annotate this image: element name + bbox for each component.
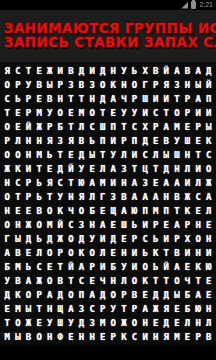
grid-cell[interactable]: Е — [34, 92, 45, 106]
grid-cell[interactable]: О — [2, 190, 13, 204]
grid-cell[interactable]: Т — [55, 148, 66, 162]
grid-cell[interactable]: Г — [97, 190, 108, 204]
grid-cell[interactable]: Е — [44, 162, 55, 176]
grid-cell[interactable]: Я — [44, 134, 55, 148]
grid-cell[interactable]: Р — [150, 120, 161, 134]
grid-cell[interactable]: Р — [150, 78, 161, 92]
grid-cell[interactable]: Р — [150, 218, 161, 232]
grid-cell[interactable]: Д — [150, 288, 161, 302]
grid-cell[interactable]: К — [13, 162, 24, 176]
grid-cell[interactable]: З — [76, 218, 87, 232]
grid-cell[interactable]: Ж — [23, 218, 34, 232]
grid-cell[interactable]: Е — [182, 330, 193, 344]
grid-cell[interactable]: О — [193, 232, 204, 246]
grid-cell[interactable]: К — [13, 288, 24, 302]
grid-cell[interactable]: Н — [23, 134, 34, 148]
grid-cell[interactable]: К — [150, 246, 161, 260]
grid-cell[interactable]: О — [23, 288, 34, 302]
grid-cell[interactable]: Р — [182, 106, 193, 120]
grid-cell[interactable]: О — [66, 232, 77, 246]
grid-cell[interactable]: Я — [161, 330, 172, 344]
grid-cell[interactable]: З — [119, 162, 130, 176]
grid-cell[interactable]: Е — [23, 246, 34, 260]
grid-cell[interactable]: Ь — [129, 218, 140, 232]
grid-cell[interactable]: Ц — [140, 162, 151, 176]
grid-cell[interactable]: Т — [55, 260, 66, 274]
grid-cell[interactable]: З — [55, 134, 66, 148]
grid-cell[interactable]: У — [108, 148, 119, 162]
grid-cell[interactable]: Е — [97, 204, 108, 218]
grid-cell[interactable]: Х — [182, 232, 193, 246]
grid-cell[interactable]: Л — [203, 316, 214, 330]
grid-cell[interactable]: В — [23, 330, 34, 344]
grid-cell[interactable]: С — [140, 232, 151, 246]
grid-cell[interactable]: У — [44, 106, 55, 120]
grid-cell[interactable]: Н — [140, 316, 151, 330]
grid-cell[interactable]: А — [119, 204, 130, 218]
grid-cell[interactable]: Н — [108, 64, 119, 78]
grid-cell[interactable]: Ж — [44, 64, 55, 78]
grid-cell[interactable]: О — [2, 120, 13, 134]
grid-cell[interactable]: Л — [97, 246, 108, 260]
grid-cell[interactable]: М — [97, 176, 108, 190]
grid-cell[interactable]: Е — [193, 134, 204, 148]
grid-cell[interactable]: Н — [182, 78, 193, 92]
grid-cell[interactable]: Ы — [13, 330, 24, 344]
grid-cell[interactable]: Ы — [193, 78, 204, 92]
grid-cell[interactable]: Е — [44, 260, 55, 274]
grid-cell[interactable]: С — [87, 302, 98, 316]
grid-cell[interactable]: Т — [161, 106, 172, 120]
grid-cell[interactable]: Е — [108, 106, 119, 120]
grid-cell[interactable]: А — [76, 260, 87, 274]
grid-cell[interactable]: Й — [55, 218, 66, 232]
grid-cell[interactable]: Е — [23, 204, 34, 218]
grid-cell[interactable]: В — [13, 274, 24, 288]
grid-cell[interactable]: Б — [2, 260, 13, 274]
grid-cell[interactable]: Я — [44, 176, 55, 190]
grid-cell[interactable]: П — [129, 134, 140, 148]
grid-cell[interactable]: О — [13, 316, 24, 330]
grid-cell[interactable]: Н — [172, 162, 183, 176]
grid-cell[interactable]: Ь — [34, 176, 45, 190]
grid-cell[interactable]: В — [44, 92, 55, 106]
grid-cell[interactable]: Р — [87, 260, 98, 274]
grid-cell[interactable]: Т — [44, 190, 55, 204]
grid-cell[interactable]: Н — [87, 92, 98, 106]
grid-cell[interactable]: И — [87, 64, 98, 78]
grid-cell[interactable]: О — [2, 78, 13, 92]
grid-cell[interactable]: Ь — [87, 134, 98, 148]
grid-cell[interactable]: Ж — [34, 120, 45, 134]
grid-cell[interactable]: Я — [66, 134, 77, 148]
grid-cell[interactable]: К — [76, 246, 87, 260]
grid-cell[interactable]: Г — [140, 78, 151, 92]
grid-cell[interactable]: Д — [97, 288, 108, 302]
grid-cell[interactable]: У — [55, 190, 66, 204]
grid-cell[interactable]: Т — [161, 246, 172, 260]
grid-cell[interactable]: У — [119, 260, 130, 274]
grid-cell[interactable]: Р — [129, 92, 140, 106]
grid-cell[interactable]: Е — [172, 302, 183, 316]
grid-cell[interactable]: З — [76, 302, 87, 316]
grid-cell[interactable]: Н — [2, 176, 13, 190]
grid-cell[interactable]: О — [140, 260, 151, 274]
grid-cell[interactable]: Ь — [150, 232, 161, 246]
grid-cell[interactable]: Д — [108, 232, 119, 246]
grid-cell[interactable]: Ш — [119, 218, 130, 232]
grid-cell[interactable]: Ч — [66, 204, 77, 218]
grid-cell[interactable]: Т — [193, 148, 204, 162]
grid-cell[interactable]: Н — [44, 330, 55, 344]
grid-cell[interactable]: Т — [76, 92, 87, 106]
grid-cell[interactable]: В — [119, 190, 130, 204]
grid-cell[interactable]: Р — [23, 106, 34, 120]
grid-cell[interactable]: М — [150, 204, 161, 218]
grid-cell[interactable]: А — [203, 190, 214, 204]
grid-cell[interactable]: Р — [55, 246, 66, 260]
grid-cell[interactable]: Б — [182, 288, 193, 302]
grid-cell[interactable]: У — [66, 316, 77, 330]
grid-cell[interactable]: Р — [2, 134, 13, 148]
grid-cell[interactable]: Е — [182, 120, 193, 134]
grid-cell[interactable]: Л — [76, 120, 87, 134]
grid-cell[interactable]: У — [23, 78, 34, 92]
grid-cell[interactable]: А — [172, 176, 183, 190]
grid-cell[interactable]: В — [129, 288, 140, 302]
grid-cell[interactable]: Ы — [44, 78, 55, 92]
grid-cell[interactable]: Т — [66, 120, 77, 134]
grid-cell[interactable]: Е — [13, 120, 24, 134]
grid-cell[interactable]: Н — [44, 302, 55, 316]
grid-cell[interactable]: А — [140, 302, 151, 316]
grid-cell[interactable]: И — [193, 162, 204, 176]
grid-cell[interactable]: Т — [2, 106, 13, 120]
grid-cell[interactable]: Д — [2, 288, 13, 302]
grid-cell[interactable]: Е — [150, 176, 161, 190]
grid-cell[interactable]: Ю — [193, 302, 204, 316]
grid-cell[interactable]: Т — [66, 176, 77, 190]
grid-cell[interactable]: В — [13, 246, 24, 260]
grid-cell[interactable]: Р — [129, 232, 140, 246]
grid-cell[interactable]: Ш — [97, 120, 108, 134]
grid-cell[interactable]: А — [161, 120, 172, 134]
grid-cell[interactable]: Л — [119, 148, 130, 162]
grid-cell[interactable]: Е — [161, 218, 172, 232]
grid-cell[interactable]: Т — [150, 162, 161, 176]
grid-cell[interactable]: Щ — [55, 302, 66, 316]
grid-cell[interactable]: Ш — [172, 148, 183, 162]
grid-cell[interactable]: В — [76, 134, 87, 148]
grid-cell[interactable]: Я — [2, 64, 13, 78]
grid-cell[interactable]: О — [44, 246, 55, 260]
grid-cell[interactable]: Г — [2, 232, 13, 246]
grid-cell[interactable]: Т — [172, 92, 183, 106]
grid-cell[interactable]: О — [87, 246, 98, 260]
grid-cell[interactable]: Р — [182, 92, 193, 106]
grid-cell[interactable]: Р — [97, 302, 108, 316]
grid-cell[interactable]: Ь — [129, 64, 140, 78]
grid-cell[interactable]: О — [108, 288, 119, 302]
grid-cell[interactable]: Ь — [150, 260, 161, 274]
grid-cell[interactable]: Й — [66, 162, 77, 176]
grid-cell[interactable]: К — [140, 274, 151, 288]
grid-cell[interactable]: Е — [97, 330, 108, 344]
grid-cell[interactable]: Т — [66, 274, 77, 288]
grid-cell[interactable]: А — [108, 92, 119, 106]
grid-cell[interactable]: Й — [203, 78, 214, 92]
grid-cell[interactable]: И — [140, 330, 151, 344]
grid-cell[interactable]: Я — [161, 78, 172, 92]
grid-cell[interactable]: У — [76, 162, 87, 176]
grid-cell[interactable]: А — [87, 288, 98, 302]
grid-cell[interactable]: О — [203, 162, 214, 176]
grid-cell[interactable]: Ч — [182, 274, 193, 288]
grid-cell[interactable]: Б — [87, 204, 98, 218]
grid-cell[interactable]: У — [119, 64, 130, 78]
grid-cell[interactable]: М — [2, 330, 13, 344]
grid-cell[interactable]: Р — [129, 302, 140, 316]
grid-cell[interactable]: Л — [182, 162, 193, 176]
grid-cell[interactable]: Н — [193, 316, 204, 330]
grid-cell[interactable]: Н — [76, 330, 87, 344]
grid-cell[interactable]: О — [2, 148, 13, 162]
grid-cell[interactable]: С — [13, 64, 24, 78]
grid-cell[interactable]: С — [129, 120, 140, 134]
grid-cell[interactable]: Д — [161, 316, 172, 330]
grid-cell[interactable]: Ю — [203, 260, 214, 274]
grid-cell[interactable]: Ж — [23, 316, 34, 330]
grid-cell[interactable]: Е — [193, 204, 204, 218]
grid-cell[interactable]: Ж — [182, 190, 193, 204]
grid-cell[interactable]: Б — [108, 260, 119, 274]
grid-cell[interactable]: В — [172, 190, 183, 204]
grid-cell[interactable]: З — [140, 176, 151, 190]
grid-cell[interactable]: Н — [55, 92, 66, 106]
grid-cell[interactable]: И — [161, 232, 172, 246]
grid-cell[interactable]: В — [55, 274, 66, 288]
grid-cell[interactable]: Ч — [97, 274, 108, 288]
grid-cell[interactable]: Д — [76, 64, 87, 78]
grid-cell[interactable]: У — [172, 134, 183, 148]
grid-cell[interactable]: П — [161, 204, 172, 218]
grid-cell[interactable]: И — [203, 246, 214, 260]
grid-cell[interactable]: Л — [203, 204, 214, 218]
grid-cell[interactable]: Е — [203, 274, 214, 288]
grid-cell[interactable]: У — [108, 302, 119, 316]
grid-cell[interactable]: В — [76, 78, 87, 92]
grid-cell[interactable]: Р — [44, 120, 55, 134]
grid-cell[interactable]: Щ — [108, 204, 119, 218]
grid-cell[interactable]: И — [97, 232, 108, 246]
grid-cell[interactable]: Н — [2, 204, 13, 218]
grid-cell[interactable]: Ь — [140, 246, 151, 260]
grid-cell[interactable]: Ж — [119, 316, 130, 330]
grid-cell[interactable]: А — [140, 190, 151, 204]
grid-cell[interactable]: А — [23, 274, 34, 288]
grid-cell[interactable]: Т — [97, 106, 108, 120]
grid-cell[interactable]: Т — [119, 120, 130, 134]
grid-cell[interactable]: Л — [97, 162, 108, 176]
grid-cell[interactable]: И — [97, 260, 108, 274]
grid-cell[interactable]: А — [193, 288, 204, 302]
grid-cell[interactable]: Ы — [87, 148, 98, 162]
grid-cell[interactable]: Д — [97, 64, 108, 78]
grid-cell[interactable]: Е — [172, 316, 183, 330]
grid-cell[interactable]: Е — [140, 288, 151, 302]
grid-cell[interactable]: Е — [150, 134, 161, 148]
grid-cell[interactable]: Е — [2, 302, 13, 316]
grid-cell[interactable]: З — [172, 78, 183, 92]
grid-cell[interactable]: Е — [34, 316, 45, 330]
grid-cell[interactable]: Е — [150, 316, 161, 330]
grid-cell[interactable]: И — [108, 176, 119, 190]
grid-cell[interactable]: Я — [161, 302, 172, 316]
grid-cell[interactable]: А — [87, 176, 98, 190]
grid-cell[interactable]: Р — [34, 288, 45, 302]
grid-cell[interactable]: Т — [150, 274, 161, 288]
grid-cell[interactable]: Н — [203, 302, 214, 316]
grid-cell[interactable]: Л — [13, 134, 24, 148]
grid-cell[interactable]: Ь — [13, 92, 24, 106]
grid-cell[interactable]: Б — [182, 302, 193, 316]
grid-cell[interactable]: И — [161, 92, 172, 106]
grid-cell[interactable]: Р — [193, 330, 204, 344]
grid-cell[interactable]: С — [34, 260, 45, 274]
grid-cell[interactable]: Т — [66, 92, 77, 106]
grid-cell[interactable]: М — [13, 260, 24, 274]
grid-cell[interactable]: Д — [97, 92, 108, 106]
grid-cell[interactable]: К — [193, 260, 204, 274]
grid-cell[interactable]: З — [87, 316, 98, 330]
grid-cell[interactable]: Е — [66, 330, 77, 344]
grid-cell[interactable]: Х — [140, 64, 151, 78]
grid-cell[interactable]: Т — [34, 162, 45, 176]
grid-cell[interactable]: И — [182, 246, 193, 260]
grid-cell[interactable]: О — [172, 274, 183, 288]
grid-cell[interactable]: В — [34, 78, 45, 92]
grid-cell[interactable]: А — [2, 246, 13, 260]
grid-cell[interactable]: А — [97, 218, 108, 232]
grid-cell[interactable]: Р — [193, 120, 204, 134]
grid-cell[interactable]: Н — [87, 330, 98, 344]
grid-cell[interactable]: Ы — [161, 148, 172, 162]
grid-cell[interactable]: Е — [34, 64, 45, 78]
grid-cell[interactable]: Д — [76, 316, 87, 330]
grid-cell[interactable]: О — [13, 148, 24, 162]
grid-cell[interactable]: Р — [55, 78, 66, 92]
grid-cell[interactable]: Ч — [119, 92, 130, 106]
grid-cell[interactable]: Н — [119, 78, 130, 92]
grid-cell[interactable]: Е — [203, 218, 214, 232]
grid-cell[interactable]: Ы — [203, 120, 214, 134]
grid-cell[interactable]: А — [172, 64, 183, 78]
grid-cell[interactable]: С — [140, 148, 151, 162]
grid-cell[interactable]: У — [2, 274, 13, 288]
grid-cell[interactable]: Й — [161, 64, 172, 78]
grid-cell[interactable]: Т — [129, 162, 140, 176]
grid-cell[interactable]: Ф — [55, 330, 66, 344]
grid-cell[interactable]: Е — [13, 204, 24, 218]
grid-cell[interactable]: Р — [13, 78, 24, 92]
grid-cell[interactable]: Е — [108, 246, 119, 260]
grid-cell[interactable]: Р — [119, 134, 130, 148]
grid-cell[interactable]: Е — [203, 288, 214, 302]
grid-cell[interactable]: Л — [34, 246, 45, 260]
grid-cell[interactable]: Ш — [55, 316, 66, 330]
grid-cell[interactable]: Ь — [34, 232, 45, 246]
grid-cell[interactable]: Р — [23, 92, 34, 106]
grid-cell[interactable]: А — [129, 190, 140, 204]
grid-cell[interactable]: Й — [23, 120, 34, 134]
grid-cell[interactable]: М — [97, 316, 108, 330]
grid-cell[interactable]: Н — [203, 232, 214, 246]
grid-cell[interactable]: М — [172, 330, 183, 344]
grid-cell[interactable]: В — [203, 330, 214, 344]
grid-cell[interactable]: И — [129, 246, 140, 260]
grid-cell[interactable]: М — [34, 148, 45, 162]
grid-cell[interactable]: Н — [34, 134, 45, 148]
grid-cell[interactable]: Д — [203, 64, 214, 78]
grid-cell[interactable]: А — [66, 302, 77, 316]
grid-cell[interactable]: Т — [161, 274, 172, 288]
grid-cell[interactable]: А — [172, 260, 183, 274]
grid-cell[interactable]: О — [66, 246, 77, 260]
grid-cell[interactable]: Д — [23, 232, 34, 246]
grid-cell[interactable]: С — [203, 148, 214, 162]
grid-cell[interactable]: Е — [66, 148, 77, 162]
grid-cell[interactable]: М — [76, 106, 87, 120]
grid-cell[interactable]: В — [161, 134, 172, 148]
grid-cell[interactable]: Т — [13, 190, 24, 204]
grid-cell[interactable]: В — [34, 204, 45, 218]
grid-cell[interactable]: Д — [44, 232, 55, 246]
grid-cell[interactable]: И — [193, 106, 204, 120]
grid-cell[interactable]: Н — [13, 218, 24, 232]
grid-cell[interactable]: Е — [119, 232, 130, 246]
grid-cell[interactable]: Ь — [34, 190, 45, 204]
grid-cell[interactable]: О — [97, 78, 108, 92]
grid-cell[interactable]: Н — [182, 148, 193, 162]
grid-cell[interactable]: Р — [108, 330, 119, 344]
grid-cell[interactable]: Ы — [23, 302, 34, 316]
grid-cell[interactable]: Н — [119, 176, 130, 190]
grid-cell[interactable]: Ю — [76, 176, 87, 190]
grid-cell[interactable]: А — [161, 176, 172, 190]
grid-cell[interactable]: Р — [172, 232, 183, 246]
grid-cell[interactable]: З — [87, 78, 98, 92]
grid-cell[interactable]: И — [182, 176, 193, 190]
grid-cell[interactable]: У — [87, 232, 98, 246]
grid-cell[interactable]: И — [150, 92, 161, 106]
grid-cell[interactable]: Л — [182, 316, 193, 330]
grid-cell[interactable]: К — [182, 204, 193, 218]
grid-cell[interactable]: П — [203, 92, 214, 106]
grid-cell[interactable]: А — [129, 176, 140, 190]
grid-cell[interactable]: Д — [55, 162, 66, 176]
grid-cell[interactable]: Е — [182, 260, 193, 274]
grid-cell[interactable]: Б — [55, 120, 66, 134]
grid-cell[interactable]: О — [76, 204, 87, 218]
grid-cell[interactable]: Т — [34, 302, 45, 316]
grid-cell[interactable]: П — [140, 204, 151, 218]
grid-cell[interactable]: О — [172, 106, 183, 120]
grid-cell[interactable]: Я — [76, 190, 87, 204]
grid-cell[interactable]: Л — [119, 274, 130, 288]
grid-cell[interactable]: С — [129, 330, 140, 344]
grid-cell[interactable]: О — [129, 316, 140, 330]
grid-cell[interactable]: Н — [23, 148, 34, 162]
